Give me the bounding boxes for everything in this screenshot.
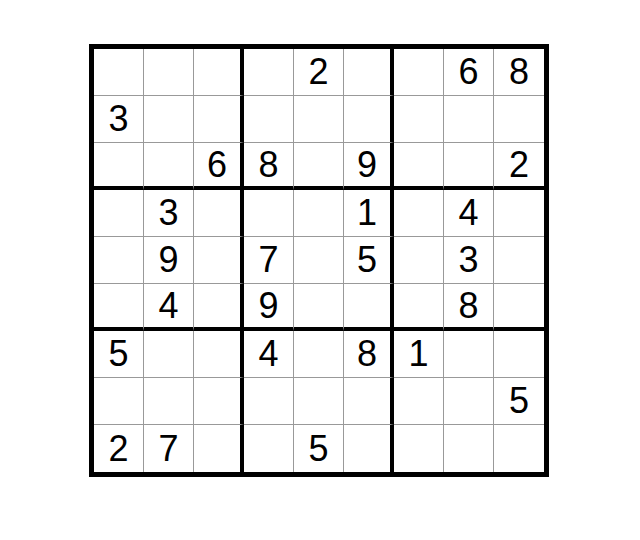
cell-r5c9[interactable] bbox=[494, 237, 544, 284]
cell-r2c2[interactable] bbox=[144, 96, 194, 143]
sudoku-grid: 26836892314975349854815275 bbox=[89, 44, 549, 477]
cell-r2c9[interactable] bbox=[494, 96, 544, 143]
cell-r2c7[interactable] bbox=[394, 96, 444, 143]
cell-r8c7[interactable] bbox=[394, 378, 444, 425]
cell-r4c3[interactable] bbox=[194, 190, 244, 237]
cell-r8c5[interactable] bbox=[294, 378, 344, 425]
cell-r6c6[interactable] bbox=[344, 284, 394, 331]
given-digit-cell-r7c1: 5 bbox=[94, 331, 144, 378]
cell-r4c7[interactable] bbox=[394, 190, 444, 237]
given-digit-cell-r1c5: 2 bbox=[294, 49, 344, 96]
given-digit-cell-r3c9: 2 bbox=[494, 143, 544, 190]
given-digit-cell-r7c6: 8 bbox=[344, 331, 394, 378]
cell-r9c9[interactable] bbox=[494, 425, 544, 472]
given-digit-cell-r6c4: 9 bbox=[244, 284, 294, 331]
cell-r7c2[interactable] bbox=[144, 331, 194, 378]
given-digit-cell-r5c8: 3 bbox=[444, 237, 494, 284]
cell-r2c3[interactable] bbox=[194, 96, 244, 143]
cell-r6c1[interactable] bbox=[94, 284, 144, 331]
cell-r7c5[interactable] bbox=[294, 331, 344, 378]
cell-r2c6[interactable] bbox=[344, 96, 394, 143]
cell-r2c5[interactable] bbox=[294, 96, 344, 143]
given-digit-cell-r5c4: 7 bbox=[244, 237, 294, 284]
cell-r9c6[interactable] bbox=[344, 425, 394, 472]
given-digit-cell-r4c8: 4 bbox=[444, 190, 494, 237]
cell-r9c8[interactable] bbox=[444, 425, 494, 472]
given-digit-cell-r8c9: 5 bbox=[494, 378, 544, 425]
given-digit-cell-r9c5: 5 bbox=[294, 425, 344, 472]
cell-r6c3[interactable] bbox=[194, 284, 244, 331]
cell-r9c3[interactable] bbox=[194, 425, 244, 472]
given-digit-cell-r7c4: 4 bbox=[244, 331, 294, 378]
cell-r3c5[interactable] bbox=[294, 143, 344, 190]
given-digit-cell-r5c2: 9 bbox=[144, 237, 194, 284]
given-digit-cell-r5c6: 5 bbox=[344, 237, 394, 284]
cell-r2c4[interactable] bbox=[244, 96, 294, 143]
cell-r5c3[interactable] bbox=[194, 237, 244, 284]
given-digit-cell-r9c1: 2 bbox=[94, 425, 144, 472]
cell-r8c4[interactable] bbox=[244, 378, 294, 425]
given-digit-cell-r9c2: 7 bbox=[144, 425, 194, 472]
given-digit-cell-r3c3: 6 bbox=[194, 143, 244, 190]
given-digit-cell-r4c6: 1 bbox=[344, 190, 394, 237]
given-digit-cell-r6c8: 8 bbox=[444, 284, 494, 331]
cell-r6c5[interactable] bbox=[294, 284, 344, 331]
cell-r2c8[interactable] bbox=[444, 96, 494, 143]
cell-r7c8[interactable] bbox=[444, 331, 494, 378]
given-digit-cell-r1c8: 6 bbox=[444, 49, 494, 96]
cell-r6c7[interactable] bbox=[394, 284, 444, 331]
cell-r5c1[interactable] bbox=[94, 237, 144, 284]
cell-r3c7[interactable] bbox=[394, 143, 444, 190]
cell-r3c2[interactable] bbox=[144, 143, 194, 190]
cell-r8c8[interactable] bbox=[444, 378, 494, 425]
given-digit-cell-r1c9: 8 bbox=[494, 49, 544, 96]
cell-r1c2[interactable] bbox=[144, 49, 194, 96]
cell-r8c1[interactable] bbox=[94, 378, 144, 425]
cell-r4c1[interactable] bbox=[94, 190, 144, 237]
cell-r8c6[interactable] bbox=[344, 378, 394, 425]
cell-r7c3[interactable] bbox=[194, 331, 244, 378]
cell-r5c7[interactable] bbox=[394, 237, 444, 284]
cell-r7c9[interactable] bbox=[494, 331, 544, 378]
given-digit-cell-r3c4: 8 bbox=[244, 143, 294, 190]
cell-r4c9[interactable] bbox=[494, 190, 544, 237]
cell-r8c2[interactable] bbox=[144, 378, 194, 425]
cell-r9c7[interactable] bbox=[394, 425, 444, 472]
cell-r4c4[interactable] bbox=[244, 190, 294, 237]
cell-r1c4[interactable] bbox=[244, 49, 294, 96]
cell-r1c7[interactable] bbox=[394, 49, 444, 96]
given-digit-cell-r7c7: 1 bbox=[394, 331, 444, 378]
cell-r3c8[interactable] bbox=[444, 143, 494, 190]
cell-r1c1[interactable] bbox=[94, 49, 144, 96]
cell-r9c4[interactable] bbox=[244, 425, 294, 472]
cell-r5c5[interactable] bbox=[294, 237, 344, 284]
cell-r3c1[interactable] bbox=[94, 143, 144, 190]
given-digit-cell-r6c2: 4 bbox=[144, 284, 194, 331]
cell-r8c3[interactable] bbox=[194, 378, 244, 425]
cell-r1c3[interactable] bbox=[194, 49, 244, 96]
cell-r1c6[interactable] bbox=[344, 49, 394, 96]
given-digit-cell-r2c1: 3 bbox=[94, 96, 144, 143]
given-digit-cell-r4c2: 3 bbox=[144, 190, 194, 237]
cell-r6c9[interactable] bbox=[494, 284, 544, 331]
cell-r4c5[interactable] bbox=[294, 190, 344, 237]
given-digit-cell-r3c6: 9 bbox=[344, 143, 394, 190]
